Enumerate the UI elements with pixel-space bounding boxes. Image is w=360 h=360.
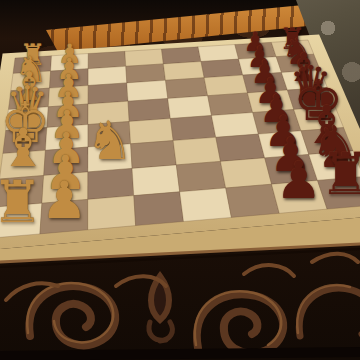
frame-carving	[0, 0, 360, 360]
chess-table-photo: ♜♞♝♛♚♝♜♟♟♟♟♟♟♟♟♞♟♟♟♟♟♟♟♟♜♞♝♛♚♝♞♜	[0, 0, 360, 360]
